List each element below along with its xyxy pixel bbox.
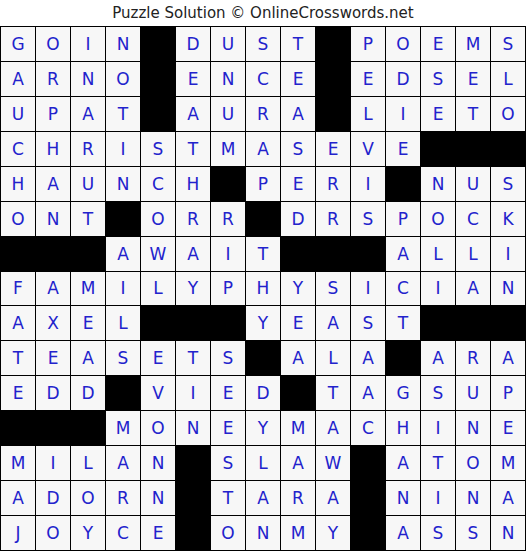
letter-cell-2-3: N — [71, 62, 105, 96]
letter-cell-1-9: T — [281, 27, 315, 61]
letter-cell-7-8: T — [246, 237, 280, 271]
letter-cell-1-6: D — [176, 27, 210, 61]
letter-cell-8-13: I — [421, 272, 455, 306]
letter-cell-11-15: P — [491, 376, 525, 410]
block-cell-9-15 — [491, 306, 525, 340]
letter-cell-4-8: A — [246, 132, 280, 166]
block-cell-2-5 — [141, 62, 175, 96]
letter-cell-13-8: L — [246, 446, 280, 480]
letter-cell-10-6: T — [176, 341, 210, 375]
letter-cell-4-1: C — [1, 132, 35, 166]
letter-cell-9-2: X — [36, 306, 70, 340]
block-cell-14-6 — [176, 481, 210, 515]
block-cell-15-11 — [351, 516, 385, 550]
block-cell-11-9 — [281, 376, 315, 410]
letter-cell-10-15: A — [491, 341, 525, 375]
block-cell-10-8 — [246, 341, 280, 375]
letter-cell-5-14: U — [456, 167, 490, 201]
letter-cell-3-14: T — [456, 97, 490, 131]
letter-cell-2-8: C — [246, 62, 280, 96]
letter-cell-10-7: S — [211, 341, 245, 375]
letter-cell-8-5: L — [141, 272, 175, 306]
letter-cell-8-1: F — [1, 272, 35, 306]
letter-cell-2-2: R — [36, 62, 70, 96]
letter-cell-15-12: A — [386, 516, 420, 550]
letter-cell-12-11: C — [351, 411, 385, 445]
letter-cell-9-1: A — [1, 306, 35, 340]
block-cell-15-6 — [176, 516, 210, 550]
letter-cell-8-7: P — [211, 272, 245, 306]
block-cell-12-2 — [36, 411, 70, 445]
letter-cell-4-5: S — [141, 132, 175, 166]
letter-cell-11-1: E — [1, 376, 35, 410]
letter-cell-3-2: P — [36, 97, 70, 131]
letter-cell-11-14: U — [456, 376, 490, 410]
letter-cell-7-4: A — [106, 237, 140, 271]
letter-cell-5-1: H — [1, 167, 35, 201]
block-cell-9-6 — [176, 306, 210, 340]
letter-cell-8-2: A — [36, 272, 70, 306]
letter-cell-13-2: I — [36, 446, 70, 480]
letter-cell-3-12: I — [386, 97, 420, 131]
letter-cell-2-1: A — [1, 62, 35, 96]
letter-cell-3-4: T — [106, 97, 140, 131]
letter-cell-1-13: E — [421, 27, 455, 61]
letter-cell-12-6: N — [176, 411, 210, 445]
letter-cell-7-12: A — [386, 237, 420, 271]
letter-cell-11-3: D — [71, 376, 105, 410]
letter-cell-2-9: E — [281, 62, 315, 96]
letter-cell-4-4: I — [106, 132, 140, 166]
letter-cell-14-10: A — [316, 481, 350, 515]
letter-cell-7-15: I — [491, 237, 525, 271]
letter-cell-9-10: A — [316, 306, 350, 340]
letter-cell-14-13: I — [421, 481, 455, 515]
letter-cell-14-4: R — [106, 481, 140, 515]
letter-cell-11-5: V — [141, 376, 175, 410]
letter-cell-5-13: N — [421, 167, 455, 201]
block-cell-7-2 — [36, 237, 70, 271]
letter-cell-6-7: R — [211, 202, 245, 236]
block-cell-4-13 — [421, 132, 455, 166]
letter-cell-3-6: A — [176, 97, 210, 131]
letter-cell-9-4: L — [106, 306, 140, 340]
letter-cell-4-7: M — [211, 132, 245, 166]
letter-cell-5-5: C — [141, 167, 175, 201]
letter-cell-7-7: I — [211, 237, 245, 271]
letter-cell-6-5: O — [141, 202, 175, 236]
letter-cell-14-5: N — [141, 481, 175, 515]
letter-cell-2-4: O — [106, 62, 140, 96]
letter-cell-10-9: A — [281, 341, 315, 375]
letter-cell-2-15: L — [491, 62, 525, 96]
letter-cell-2-12: D — [386, 62, 420, 96]
letter-cell-8-9: Y — [281, 272, 315, 306]
block-cell-7-1 — [1, 237, 35, 271]
letter-cell-8-3: M — [71, 272, 105, 306]
letter-cell-6-12: P — [386, 202, 420, 236]
block-cell-4-14 — [456, 132, 490, 166]
letter-cell-12-8: Y — [246, 411, 280, 445]
letter-cell-15-15: N — [491, 516, 525, 550]
letter-cell-6-1: O — [1, 202, 35, 236]
letter-cell-11-12: G — [386, 376, 420, 410]
letter-cell-14-12: N — [386, 481, 420, 515]
letter-cell-5-10: R — [316, 167, 350, 201]
letter-cell-5-3: U — [71, 167, 105, 201]
letter-cell-10-3: A — [71, 341, 105, 375]
letter-cell-12-15: E — [491, 411, 525, 445]
letter-cell-13-14: O — [456, 446, 490, 480]
letter-cell-4-10: E — [316, 132, 350, 166]
block-cell-3-5 — [141, 97, 175, 131]
block-cell-5-7 — [211, 167, 245, 201]
letter-cell-13-7: S — [211, 446, 245, 480]
letter-cell-8-4: I — [106, 272, 140, 306]
letter-cell-3-1: U — [1, 97, 35, 131]
puzzle-solution-page: Puzzle Solution © OnlineCrosswords.net G… — [0, 0, 526, 551]
letter-cell-1-2: O — [36, 27, 70, 61]
block-cell-7-9 — [281, 237, 315, 271]
page-title: Puzzle Solution © OnlineCrosswords.net — [0, 0, 526, 26]
letter-cell-11-8: D — [246, 376, 280, 410]
block-cell-12-3 — [71, 411, 105, 445]
letter-cell-2-6: E — [176, 62, 210, 96]
letter-cell-8-15: N — [491, 272, 525, 306]
letter-cell-12-4: M — [106, 411, 140, 445]
letter-cell-6-13: O — [421, 202, 455, 236]
letter-cell-13-12: A — [386, 446, 420, 480]
letter-cell-3-3: A — [71, 97, 105, 131]
letter-cell-2-11: E — [351, 62, 385, 96]
letter-cell-2-7: N — [211, 62, 245, 96]
letter-cell-7-6: A — [176, 237, 210, 271]
letter-cell-12-7: E — [211, 411, 245, 445]
letter-cell-15-3: Y — [71, 516, 105, 550]
letter-cell-15-9: M — [281, 516, 315, 550]
crossword-grid: GOINDUSTPOEMSARNOENCEEDSELUPATAURALIETOC… — [0, 26, 526, 551]
block-cell-1-10 — [316, 27, 350, 61]
letter-cell-13-1: M — [1, 446, 35, 480]
letter-cell-14-3: O — [71, 481, 105, 515]
letter-cell-10-13: A — [421, 341, 455, 375]
letter-cell-8-10: S — [316, 272, 350, 306]
letter-cell-6-6: R — [176, 202, 210, 236]
letter-cell-15-8: N — [246, 516, 280, 550]
letter-cell-7-13: L — [421, 237, 455, 271]
block-cell-12-1 — [1, 411, 35, 445]
letter-cell-6-11: S — [351, 202, 385, 236]
block-cell-9-5 — [141, 306, 175, 340]
letter-cell-13-9: A — [281, 446, 315, 480]
letter-cell-12-13: I — [421, 411, 455, 445]
letter-cell-1-1: G — [1, 27, 35, 61]
block-cell-5-12 — [386, 167, 420, 201]
letter-cell-8-6: Y — [176, 272, 210, 306]
letter-cell-3-8: R — [246, 97, 280, 131]
block-cell-6-4 — [106, 202, 140, 236]
letter-cell-8-12: C — [386, 272, 420, 306]
letter-cell-8-11: I — [351, 272, 385, 306]
letter-cell-14-9: R — [281, 481, 315, 515]
letter-cell-6-10: R — [316, 202, 350, 236]
block-cell-13-6 — [176, 446, 210, 480]
letter-cell-12-9: M — [281, 411, 315, 445]
letter-cell-15-5: E — [141, 516, 175, 550]
letter-cell-11-13: S — [421, 376, 455, 410]
letter-cell-4-3: R — [71, 132, 105, 166]
letter-cell-15-7: O — [211, 516, 245, 550]
letter-cell-4-2: H — [36, 132, 70, 166]
block-cell-4-15 — [491, 132, 525, 166]
letter-cell-2-13: S — [421, 62, 455, 96]
letter-cell-9-3: E — [71, 306, 105, 340]
letter-cell-13-10: W — [316, 446, 350, 480]
letter-cell-14-7: T — [211, 481, 245, 515]
letter-cell-10-14: R — [456, 341, 490, 375]
letter-cell-10-2: E — [36, 341, 70, 375]
letter-cell-8-14: A — [456, 272, 490, 306]
letter-cell-11-2: D — [36, 376, 70, 410]
letter-cell-5-2: A — [36, 167, 70, 201]
letter-cell-6-9: D — [281, 202, 315, 236]
block-cell-9-7 — [211, 306, 245, 340]
letter-cell-12-12: H — [386, 411, 420, 445]
letter-cell-4-11: V — [351, 132, 385, 166]
letter-cell-6-2: N — [36, 202, 70, 236]
letter-cell-6-14: C — [456, 202, 490, 236]
letter-cell-5-8: P — [246, 167, 280, 201]
letter-cell-1-15: S — [491, 27, 525, 61]
letter-cell-6-3: T — [71, 202, 105, 236]
letter-cell-10-4: S — [106, 341, 140, 375]
letter-cell-4-6: T — [176, 132, 210, 166]
letter-cell-7-5: W — [141, 237, 175, 271]
letter-cell-3-7: U — [211, 97, 245, 131]
letter-cell-1-11: P — [351, 27, 385, 61]
block-cell-6-8 — [246, 202, 280, 236]
letter-cell-1-7: U — [211, 27, 245, 61]
letter-cell-5-15: S — [491, 167, 525, 201]
letter-cell-3-11: L — [351, 97, 385, 131]
block-cell-14-11 — [351, 481, 385, 515]
block-cell-7-10 — [316, 237, 350, 271]
letter-cell-12-10: A — [316, 411, 350, 445]
block-cell-7-3 — [71, 237, 105, 271]
letter-cell-14-2: D — [36, 481, 70, 515]
letter-cell-11-6: I — [176, 376, 210, 410]
letter-cell-9-12: T — [386, 306, 420, 340]
block-cell-13-11 — [351, 446, 385, 480]
letter-cell-9-8: Y — [246, 306, 280, 340]
letter-cell-3-13: E — [421, 97, 455, 131]
letter-cell-13-15: M — [491, 446, 525, 480]
letter-cell-13-5: N — [141, 446, 175, 480]
letter-cell-14-8: A — [246, 481, 280, 515]
letter-cell-1-12: O — [386, 27, 420, 61]
letter-cell-11-7: E — [211, 376, 245, 410]
letter-cell-6-15: K — [491, 202, 525, 236]
letter-cell-1-14: M — [456, 27, 490, 61]
letter-cell-14-15: A — [491, 481, 525, 515]
letter-cell-15-10: Y — [316, 516, 350, 550]
block-cell-2-10 — [316, 62, 350, 96]
letter-cell-3-15: O — [491, 97, 525, 131]
block-cell-9-13 — [421, 306, 455, 340]
letter-cell-5-6: H — [176, 167, 210, 201]
letter-cell-15-14: S — [456, 516, 490, 550]
letter-cell-1-4: N — [106, 27, 140, 61]
block-cell-1-5 — [141, 27, 175, 61]
letter-cell-15-13: S — [421, 516, 455, 550]
letter-cell-15-4: C — [106, 516, 140, 550]
letter-cell-14-1: A — [1, 481, 35, 515]
letter-cell-15-2: O — [36, 516, 70, 550]
letter-cell-2-14: E — [456, 62, 490, 96]
letter-cell-3-9: A — [281, 97, 315, 131]
block-cell-11-4 — [106, 376, 140, 410]
block-cell-9-14 — [456, 306, 490, 340]
letter-cell-4-9: S — [281, 132, 315, 166]
letter-cell-11-10: T — [316, 376, 350, 410]
letter-cell-13-3: L — [71, 446, 105, 480]
letter-cell-9-9: E — [281, 306, 315, 340]
letter-cell-10-10: L — [316, 341, 350, 375]
letter-cell-10-11: A — [351, 341, 385, 375]
letter-cell-12-14: N — [456, 411, 490, 445]
letter-cell-15-1: J — [1, 516, 35, 550]
block-cell-10-12 — [386, 341, 420, 375]
letter-cell-10-1: T — [1, 341, 35, 375]
letter-cell-12-5: O — [141, 411, 175, 445]
letter-cell-10-5: E — [141, 341, 175, 375]
block-cell-3-10 — [316, 97, 350, 131]
letter-cell-1-3: I — [71, 27, 105, 61]
block-cell-7-11 — [351, 237, 385, 271]
letter-cell-13-4: A — [106, 446, 140, 480]
letter-cell-8-8: H — [246, 272, 280, 306]
letter-cell-9-11: S — [351, 306, 385, 340]
letter-cell-5-9: E — [281, 167, 315, 201]
letter-cell-5-4: N — [106, 167, 140, 201]
letter-cell-4-12: E — [386, 132, 420, 166]
letter-cell-7-14: L — [456, 237, 490, 271]
letter-cell-14-14: N — [456, 481, 490, 515]
letter-cell-11-11: A — [351, 376, 385, 410]
letter-cell-5-11: I — [351, 167, 385, 201]
letter-cell-13-13: T — [421, 446, 455, 480]
letter-cell-1-8: S — [246, 27, 280, 61]
